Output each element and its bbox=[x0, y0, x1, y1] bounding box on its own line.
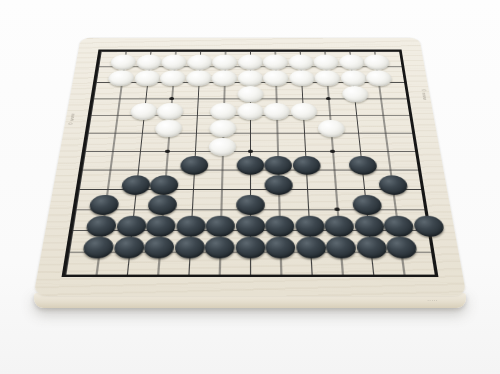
white-stone[interactable] bbox=[317, 120, 345, 137]
black-stone[interactable] bbox=[235, 215, 264, 236]
black-stone[interactable] bbox=[235, 237, 265, 259]
white-stone[interactable] bbox=[263, 103, 290, 120]
white-stone[interactable] bbox=[185, 70, 211, 86]
white-stone[interactable] bbox=[263, 55, 288, 70]
white-stone[interactable] bbox=[314, 70, 341, 86]
star-point bbox=[169, 97, 174, 100]
brand-logo-mark: ····· bbox=[427, 297, 438, 303]
white-stone[interactable] bbox=[237, 103, 263, 120]
black-stone[interactable] bbox=[179, 156, 208, 175]
black-stone[interactable] bbox=[85, 215, 117, 236]
white-stone[interactable] bbox=[340, 70, 367, 86]
black-stone[interactable] bbox=[355, 237, 387, 259]
white-stone[interactable] bbox=[110, 55, 137, 70]
black-stone[interactable] bbox=[205, 215, 235, 236]
white-stone[interactable] bbox=[237, 86, 263, 102]
white-stone[interactable] bbox=[208, 138, 236, 156]
copyright-text-right: © www bbox=[420, 89, 428, 100]
star-point bbox=[247, 149, 252, 152]
white-stone[interactable] bbox=[237, 70, 262, 86]
white-stone[interactable] bbox=[338, 55, 365, 70]
black-stone[interactable] bbox=[265, 215, 295, 236]
white-stone[interactable] bbox=[363, 55, 390, 70]
black-stone[interactable] bbox=[174, 237, 205, 259]
white-stone[interactable] bbox=[161, 55, 187, 70]
white-stone[interactable] bbox=[107, 70, 134, 86]
black-stone[interactable] bbox=[113, 237, 145, 259]
white-stone[interactable] bbox=[186, 55, 212, 70]
black-stone[interactable] bbox=[351, 195, 382, 215]
white-stone[interactable] bbox=[237, 55, 262, 70]
black-stone[interactable] bbox=[204, 237, 234, 259]
black-stone[interactable] bbox=[325, 237, 356, 259]
white-stone[interactable] bbox=[155, 120, 183, 137]
black-stone[interactable] bbox=[147, 195, 177, 215]
white-stone[interactable] bbox=[313, 55, 339, 70]
black-stone[interactable] bbox=[292, 156, 321, 175]
black-stone[interactable] bbox=[236, 156, 264, 175]
black-stone[interactable] bbox=[385, 237, 418, 259]
white-stone[interactable] bbox=[210, 103, 237, 120]
black-stone[interactable] bbox=[348, 156, 378, 175]
goban[interactable] bbox=[62, 50, 439, 278]
white-stone[interactable] bbox=[212, 55, 237, 70]
black-stone[interactable] bbox=[265, 237, 295, 259]
white-stone[interactable] bbox=[135, 55, 162, 70]
go-board: © www © www bbox=[33, 38, 466, 296]
black-stone[interactable] bbox=[145, 215, 176, 236]
black-stone[interactable] bbox=[88, 195, 119, 215]
black-stone[interactable] bbox=[149, 175, 179, 194]
white-stone[interactable] bbox=[129, 103, 157, 120]
white-stone[interactable] bbox=[156, 103, 184, 120]
white-stone[interactable] bbox=[288, 55, 314, 70]
white-stone[interactable] bbox=[341, 86, 368, 102]
black-stone[interactable] bbox=[412, 215, 445, 236]
black-stone[interactable] bbox=[264, 175, 293, 194]
star-point bbox=[330, 149, 335, 152]
white-stone[interactable] bbox=[209, 120, 236, 137]
black-stone[interactable] bbox=[324, 215, 355, 236]
black-stone[interactable] bbox=[175, 215, 205, 236]
black-stone[interactable] bbox=[294, 215, 324, 236]
white-stone[interactable] bbox=[263, 70, 289, 86]
go-board-scene: ····· © www © www bbox=[0, 0, 500, 374]
white-stone[interactable] bbox=[289, 70, 315, 86]
white-stone[interactable] bbox=[365, 70, 392, 86]
black-stone[interactable] bbox=[115, 215, 146, 236]
white-stone[interactable] bbox=[159, 70, 186, 86]
black-stone[interactable] bbox=[295, 237, 326, 259]
copyright-text-left: © www bbox=[68, 113, 76, 125]
white-stone[interactable] bbox=[290, 103, 317, 120]
black-stone[interactable] bbox=[383, 215, 415, 236]
black-stone[interactable] bbox=[120, 175, 150, 194]
black-stone[interactable] bbox=[143, 237, 174, 259]
white-stone[interactable] bbox=[133, 70, 160, 86]
star-point bbox=[334, 207, 340, 211]
star-point bbox=[326, 97, 331, 100]
photo-background: ····· © www © www bbox=[0, 0, 500, 374]
black-stone[interactable] bbox=[82, 237, 115, 259]
white-stone[interactable] bbox=[211, 70, 237, 86]
black-stone[interactable] bbox=[264, 156, 292, 175]
black-stone[interactable] bbox=[236, 195, 265, 215]
black-stone[interactable] bbox=[353, 215, 384, 236]
black-stone[interactable] bbox=[378, 175, 409, 194]
star-point bbox=[165, 149, 170, 152]
